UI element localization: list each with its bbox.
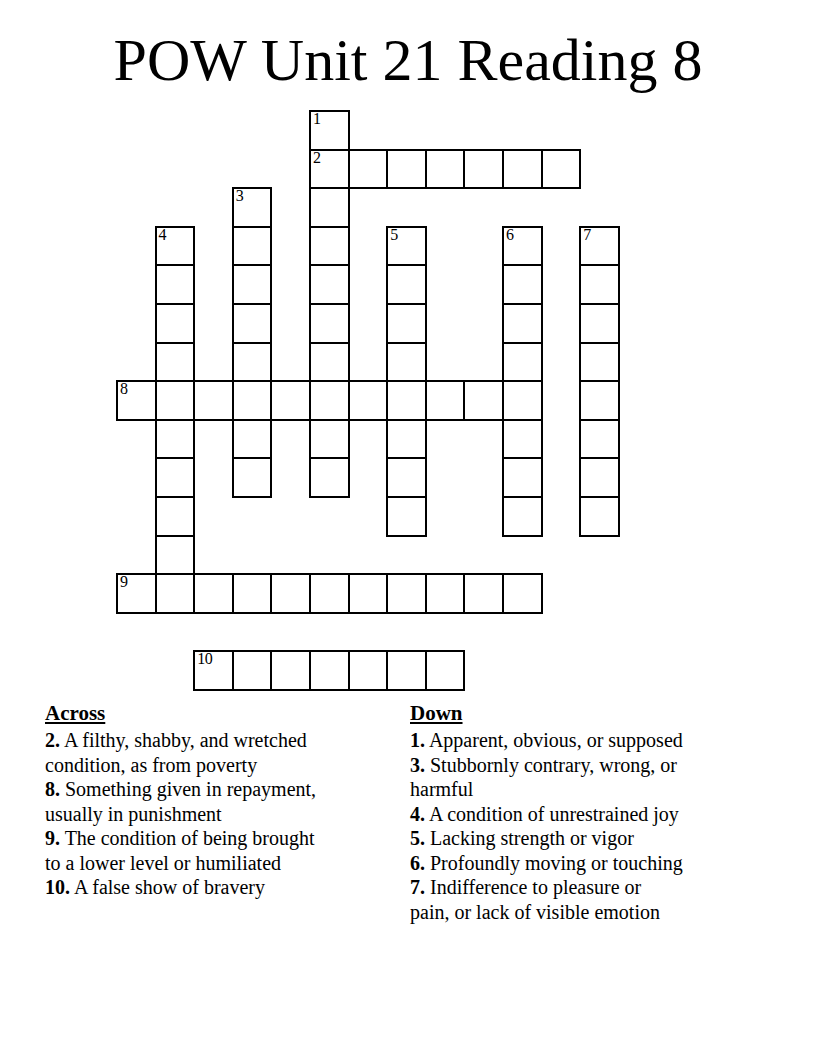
clue-number: 10. [45,876,70,898]
grid-cell[interactable] [309,573,350,614]
down-clues-section: Down 1. Apparent, obvious, or supposed3.… [410,700,782,924]
grid-cell[interactable] [502,380,543,421]
cell-number: 10 [197,651,212,667]
grid-cell[interactable] [579,303,620,344]
grid-cell[interactable] [502,264,543,305]
clue-number: 3. [410,754,425,776]
grid-cell[interactable] [386,496,427,537]
grid-cell[interactable] [309,650,350,691]
grid-cell[interactable] [155,535,196,576]
grid-cell[interactable]: 6 [502,226,543,267]
grid-cell[interactable] [541,149,582,190]
crossword-grid: 12345678910 [117,111,621,692]
grid-cell[interactable] [155,342,196,383]
grid-cell[interactable]: 8 [116,380,157,421]
cell-number: 8 [120,381,128,397]
grid-cell[interactable] [502,457,543,498]
clue-item: 2. A filthy, shabby, and wretchedconditi… [45,728,417,777]
grid-cell[interactable] [155,264,196,305]
down-clue-list: 1. Apparent, obvious, or supposed3. Stub… [410,728,782,924]
clue-number: 9. [45,827,60,849]
grid-cell[interactable] [579,264,620,305]
grid-cell[interactable] [232,303,273,344]
grid-cell[interactable] [155,573,196,614]
across-heading: Across [45,700,417,726]
clue-item: 9. The condition of being broughtto a lo… [45,826,417,875]
grid-cell[interactable] [386,342,427,383]
grid-cell[interactable] [425,573,466,614]
grid-cell[interactable] [309,187,350,228]
cell-number: 4 [159,227,167,243]
grid-cell[interactable] [502,342,543,383]
grid-cell[interactable] [425,650,466,691]
grid-cell[interactable] [579,496,620,537]
down-heading: Down [410,700,782,726]
grid-cell[interactable]: 9 [116,573,157,614]
grid-cell[interactable]: 1 [309,110,350,151]
cell-number: 5 [390,227,398,243]
grid-cell[interactable] [386,419,427,460]
grid-cell[interactable] [193,573,234,614]
grid-cell[interactable] [232,380,273,421]
grid-cell[interactable]: 4 [155,226,196,267]
grid-cell[interactable] [502,496,543,537]
grid-cell[interactable] [348,650,389,691]
grid-cell[interactable] [232,650,273,691]
grid-cell[interactable] [270,650,311,691]
clue-item: 7. Indifference to pleasure orpain, or l… [410,875,782,924]
grid-cell[interactable] [232,573,273,614]
grid-cell[interactable] [386,264,427,305]
grid-cell[interactable] [386,650,427,691]
grid-cell[interactable] [502,303,543,344]
grid-cell[interactable] [193,380,234,421]
across-clue-list: 2. A filthy, shabby, and wretchedconditi… [45,728,417,900]
clue-item: 3. Stubbornly contrary, wrong, orharmful [410,753,782,802]
grid-cell[interactable] [155,380,196,421]
crossword-worksheet-page: POW Unit 21 Reading 8 12345678910 Across… [0,0,816,1056]
grid-cell[interactable]: 2 [309,149,350,190]
grid-cell[interactable] [386,380,427,421]
grid-cell[interactable] [155,419,196,460]
clue-number: 8. [45,778,60,800]
grid-cell[interactable] [579,380,620,421]
grid-cell[interactable] [309,457,350,498]
grid-cell[interactable] [309,342,350,383]
grid-cell[interactable] [463,573,504,614]
cell-number: 7 [583,227,591,243]
grid-cell[interactable] [502,419,543,460]
grid-cell[interactable] [155,457,196,498]
grid-cell[interactable] [232,342,273,383]
clue-item: 10. A false show of bravery [45,875,417,900]
cell-number: 2 [313,150,321,166]
grid-cell[interactable] [463,149,504,190]
grid-cell[interactable]: 7 [579,226,620,267]
grid-cell[interactable] [348,149,389,190]
grid-cell[interactable] [425,149,466,190]
clue-item: 4. A condition of unrestrained joy [410,802,782,827]
clue-item: 1. Apparent, obvious, or supposed [410,728,782,753]
grid-cell[interactable] [502,573,543,614]
grid-cell[interactable] [309,303,350,344]
grid-cell[interactable] [309,264,350,305]
grid-cell[interactable] [386,573,427,614]
grid-cell[interactable] [232,264,273,305]
grid-cell[interactable] [463,380,504,421]
grid-cell[interactable] [270,380,311,421]
clue-number: 4. [410,803,425,825]
grid-cell[interactable] [386,457,427,498]
clue-item: 6. Profoundly moving or touching [410,851,782,876]
clue-number: 7. [410,876,425,898]
grid-cell[interactable] [502,149,543,190]
clue-item: 5. Lacking strength or vigor [410,826,782,851]
clue-number: 1. [410,729,425,751]
clue-number: 2. [45,729,60,751]
grid-cell[interactable]: 10 [193,650,234,691]
cell-number: 6 [506,227,514,243]
grid-cell[interactable] [155,496,196,537]
grid-cell[interactable] [579,419,620,460]
cell-number: 1 [313,111,321,127]
grid-cell[interactable] [579,342,620,383]
clue-number: 6. [410,852,425,874]
grid-cell[interactable] [309,380,350,421]
grid-cell[interactable] [270,573,311,614]
grid-cell[interactable] [348,380,389,421]
across-clues-section: Across 2. A filthy, shabby, and wretched… [45,700,417,900]
grid-cell[interactable]: 5 [386,226,427,267]
grid-cell[interactable] [348,573,389,614]
grid-cell[interactable] [579,457,620,498]
grid-cell[interactable] [155,303,196,344]
puzzle-title: POW Unit 21 Reading 8 [0,27,816,93]
grid-cell[interactable] [309,419,350,460]
grid-cell[interactable]: 3 [232,187,273,228]
clue-number: 5. [410,827,425,849]
grid-cell[interactable] [232,419,273,460]
grid-cell[interactable] [386,303,427,344]
cell-number: 9 [120,574,128,590]
grid-cell[interactable] [386,149,427,190]
grid-cell[interactable] [425,380,466,421]
grid-cell[interactable] [232,226,273,267]
grid-cell[interactable] [309,226,350,267]
cell-number: 3 [236,188,244,204]
clue-item: 8. Something given in repayment,usually … [45,777,417,826]
grid-cell[interactable] [232,457,273,498]
